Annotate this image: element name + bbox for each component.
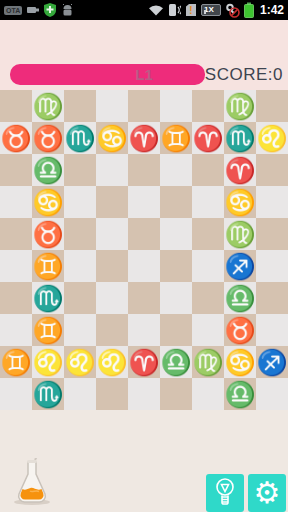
android-icon (60, 4, 75, 17)
shield-icon (44, 3, 56, 17)
board-cell (256, 314, 288, 346)
board-cell (192, 218, 224, 250)
wifi-icon (148, 4, 164, 16)
piece-sagittarius[interactable]: ♐ (224, 250, 255, 282)
sim-alert-icon: ! (185, 3, 197, 17)
board-cell (0, 282, 32, 314)
board-cell (192, 378, 224, 410)
board-cell[interactable]: ♐ (256, 346, 288, 378)
signal-1x-icon: 1X (201, 4, 221, 16)
board-cell (128, 314, 160, 346)
score-label: SCORE:0 (205, 65, 283, 85)
piece-aries[interactable]: ♈ (224, 154, 255, 186)
board-cell[interactable]: ♋ (96, 122, 128, 154)
gps-off-icon (225, 3, 240, 18)
piece-scorpio[interactable]: ♏ (32, 378, 63, 410)
piece-libra[interactable]: ♎ (224, 282, 255, 314)
piece-gemini[interactable]: ♊ (32, 314, 63, 346)
board-cell (128, 250, 160, 282)
piece-scorpio[interactable]: ♏ (32, 282, 63, 314)
board-cell (96, 154, 128, 186)
board-cell (128, 282, 160, 314)
board-cell[interactable]: ♊ (160, 122, 192, 154)
piece-leo[interactable]: ♌ (32, 346, 63, 378)
board-cell (96, 250, 128, 282)
board-cell[interactable]: ♏ (32, 282, 64, 314)
board-cell (0, 250, 32, 282)
board-cell (96, 90, 128, 122)
board-cell[interactable]: ♋ (32, 186, 64, 218)
piece-virgo[interactable]: ♍ (192, 346, 223, 378)
piece-gemini[interactable]: ♊ (0, 346, 31, 378)
settings-button[interactable]: ⚙ (248, 474, 286, 512)
piece-virgo[interactable]: ♍ (224, 90, 255, 122)
piece-libra[interactable]: ♎ (160, 346, 191, 378)
piece-libra[interactable]: ♎ (224, 378, 255, 410)
piece-cancer[interactable]: ♋ (32, 186, 63, 218)
board-cell[interactable]: ♍ (224, 90, 256, 122)
piece-taurus[interactable]: ♉ (32, 218, 63, 250)
board-cell (160, 218, 192, 250)
board-cell (96, 378, 128, 410)
board-cell[interactable]: ♏ (224, 122, 256, 154)
board-cell[interactable]: ♈ (128, 346, 160, 378)
board-cell (256, 186, 288, 218)
lightbulb-icon (212, 476, 238, 510)
board-cell (0, 186, 32, 218)
piece-taurus[interactable]: ♉ (32, 122, 63, 154)
board-cell (192, 90, 224, 122)
board-cell[interactable]: ♍ (224, 218, 256, 250)
piece-aries[interactable]: ♈ (128, 346, 159, 378)
board-cell (192, 154, 224, 186)
clock: 1:42 (260, 3, 284, 17)
board-cell[interactable]: ♌ (96, 346, 128, 378)
footer: ⚙ (0, 410, 288, 512)
board-cell (96, 314, 128, 346)
board-cell (64, 154, 96, 186)
board-cell[interactable]: ♎ (160, 346, 192, 378)
board-cell[interactable]: ♊ (32, 250, 64, 282)
board-cell[interactable]: ♏ (32, 378, 64, 410)
piece-scorpio[interactable]: ♏ (224, 122, 255, 154)
board-cell (160, 378, 192, 410)
hud-zone: L1 SCORE:0 (0, 20, 288, 90)
board-cell[interactable]: ♎ (224, 282, 256, 314)
board-cell (160, 282, 192, 314)
board-cell[interactable]: ♊ (32, 314, 64, 346)
piece-leo[interactable]: ♌ (64, 346, 95, 378)
piece-virgo[interactable]: ♍ (224, 218, 255, 250)
board-cell[interactable]: ♋ (224, 346, 256, 378)
board-cell (256, 154, 288, 186)
hint-button[interactable] (206, 474, 244, 512)
board-cell (64, 314, 96, 346)
board-cell (256, 378, 288, 410)
board-cell[interactable]: ♎ (32, 154, 64, 186)
phone-icon (168, 3, 181, 17)
status-bar: OTA ! 1X 1:42 (0, 0, 288, 20)
board-cell[interactable]: ♈ (128, 122, 160, 154)
board: ♍♍♉♉♏♋♈♊♈♏♌♎♈♋♋♉♍♊♐♏♎♊♉♊♌♌♌♈♎♍♋♐♏♎ (0, 90, 288, 410)
board-cell (128, 218, 160, 250)
board-cell[interactable]: ♈ (224, 154, 256, 186)
board-cell[interactable]: ♉ (224, 314, 256, 346)
board-cell (128, 90, 160, 122)
piece-taurus[interactable]: ♉ (224, 314, 255, 346)
piece-cancer[interactable]: ♋ (96, 122, 127, 154)
board-cell (192, 186, 224, 218)
board-cell[interactable]: ♍ (192, 346, 224, 378)
piece-virgo[interactable]: ♍ (32, 90, 63, 122)
piece-cancer[interactable]: ♋ (224, 186, 255, 218)
board-cell[interactable]: ♊ (0, 346, 32, 378)
piece-aries[interactable]: ♈ (128, 122, 159, 154)
board-cell (160, 154, 192, 186)
piece-aries[interactable]: ♈ (192, 122, 223, 154)
board-cell (160, 250, 192, 282)
ota-badge: OTA (4, 6, 22, 15)
board-cell (160, 314, 192, 346)
gear-icon: ⚙ (254, 474, 281, 512)
piece-sagittarius[interactable]: ♐ (256, 346, 287, 378)
piece-leo[interactable]: ♌ (256, 122, 287, 154)
board-cell[interactable]: ♉ (32, 218, 64, 250)
flask-icon (8, 458, 58, 510)
board-cell (0, 378, 32, 410)
board-cell (256, 282, 288, 314)
board-cell (96, 218, 128, 250)
board-cell (0, 314, 32, 346)
board-cell[interactable]: ♎ (224, 378, 256, 410)
board-cell (192, 282, 224, 314)
board-cell[interactable]: ♈ (192, 122, 224, 154)
board-cell (256, 250, 288, 282)
board-cell (128, 378, 160, 410)
board-cell (0, 90, 32, 122)
board-cell[interactable]: ♍ (32, 90, 64, 122)
board-cell[interactable]: ♌ (32, 346, 64, 378)
board-cell[interactable]: ♌ (256, 122, 288, 154)
board-cell (96, 186, 128, 218)
piece-libra[interactable]: ♎ (32, 154, 63, 186)
board-cell (160, 186, 192, 218)
piece-leo[interactable]: ♌ (96, 346, 127, 378)
board-cell (64, 90, 96, 122)
board-cell[interactable]: ♋ (224, 186, 256, 218)
board-cell (64, 250, 96, 282)
board-cell (192, 314, 224, 346)
board-cell (64, 282, 96, 314)
board-cell (96, 282, 128, 314)
board-cell (64, 378, 96, 410)
piece-gemini[interactable]: ♊ (32, 250, 63, 282)
piece-scorpio[interactable]: ♏ (64, 122, 95, 154)
board-cell (64, 186, 96, 218)
board-cell[interactable]: ♉ (0, 122, 32, 154)
svg-text:!: ! (189, 5, 192, 16)
board-cell[interactable]: ♌ (64, 346, 96, 378)
piece-gemini[interactable]: ♊ (160, 122, 191, 154)
piece-cancer[interactable]: ♋ (224, 346, 255, 378)
board-cell (64, 218, 96, 250)
board-cell (0, 154, 32, 186)
board-cell (192, 250, 224, 282)
board-cell (160, 90, 192, 122)
battery-icon (244, 2, 254, 18)
board-cell[interactable]: ♏ (64, 122, 96, 154)
board-cell[interactable]: ♐ (224, 250, 256, 282)
board-cell (256, 218, 288, 250)
board-cell (128, 186, 160, 218)
usb-icon (26, 5, 40, 15)
board-cell[interactable]: ♉ (32, 122, 64, 154)
piece-taurus[interactable]: ♉ (0, 122, 31, 154)
board-cell (128, 154, 160, 186)
board-cell (0, 218, 32, 250)
board-cell (256, 90, 288, 122)
